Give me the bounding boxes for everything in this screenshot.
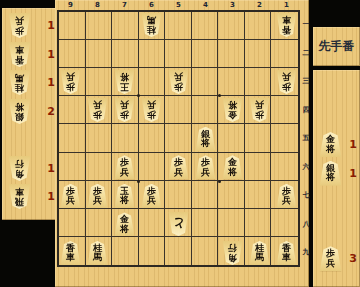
gote-hand-count-飛車: 1 (47, 190, 55, 204)
rank-label-4: 四 (302, 96, 310, 124)
sente-hand-piece-銀将[interactable]: 銀将 (319, 161, 342, 186)
square-2-2[interactable] (245, 40, 272, 68)
square-4-1[interactable] (192, 12, 219, 40)
file-label-4: 4 (192, 1, 219, 9)
square-7-5[interactable] (112, 124, 139, 152)
square-6-5[interactable] (139, 124, 166, 152)
sente-hand-piece-歩兵[interactable]: 歩兵 (319, 246, 342, 271)
square-7-2[interactable] (112, 40, 139, 68)
sente-hand-slot-5 (313, 188, 360, 216)
gote-hand-slot-2: 香車1 (2, 41, 58, 69)
square-6-6[interactable] (139, 153, 166, 181)
rank-label-3: 三 (302, 67, 310, 95)
square-9-8[interactable] (59, 209, 86, 237)
square-4-8[interactable] (192, 209, 219, 237)
file-label-8: 8 (84, 1, 111, 9)
square-9-4[interactable] (59, 96, 86, 124)
square-4-9[interactable] (192, 237, 219, 265)
square-2-7[interactable] (245, 181, 272, 209)
file-label-1: 1 (273, 1, 300, 9)
square-9-1[interactable] (59, 12, 86, 40)
hoshi-dot-2 (218, 94, 221, 97)
sente-hand-slot-3: 金将1 (313, 131, 360, 159)
sente-hand-slot-6 (313, 217, 360, 245)
file-label-3: 3 (219, 1, 246, 9)
sente-hand-count-金将: 1 (349, 138, 357, 152)
hoshi-dot-4 (218, 180, 221, 183)
sente-hand-count-歩兵: 3 (349, 252, 357, 266)
square-3-7[interactable] (218, 181, 245, 209)
square-6-3[interactable] (139, 68, 166, 96)
square-4-3[interactable] (192, 68, 219, 96)
sente-hand-piece-金将[interactable]: 金将 (319, 132, 342, 157)
gote-hand-slot-7: 飛車1 (2, 183, 58, 211)
file-label-2: 2 (246, 1, 273, 9)
square-8-2[interactable] (86, 40, 113, 68)
square-3-3[interactable] (218, 68, 245, 96)
sente-captured-tray: 金将1銀将1歩兵3 (313, 70, 360, 287)
rank-label-1: 一 (302, 10, 310, 38)
square-8-6[interactable] (86, 153, 113, 181)
square-3-8[interactable] (218, 209, 245, 237)
square-7-9[interactable] (112, 237, 139, 265)
square-4-7[interactable] (192, 181, 219, 209)
square-1-5[interactable] (271, 124, 298, 152)
file-label-7: 7 (111, 1, 138, 9)
gote-hand-slot-1: 歩兵1 (2, 12, 58, 40)
square-1-2[interactable] (271, 40, 298, 68)
gote-hand-count-桂馬: 1 (47, 76, 55, 90)
gote-captured-tray: 歩兵1香車1桂馬1銀将2角行1飛車1 (2, 8, 58, 220)
gote-hand-piece-銀将[interactable]: 銀将 (8, 99, 31, 124)
sente-hand-slot-4: 銀将1 (313, 160, 360, 188)
turn-indicator: 先手番 (313, 27, 360, 66)
rank-label-5: 五 (302, 124, 310, 152)
shogi-app: { "game": "shogi", "turn_banner": "先手番",… (0, 0, 360, 287)
square-2-5[interactable] (245, 124, 272, 152)
square-8-5[interactable] (86, 124, 113, 152)
square-5-4[interactable] (165, 96, 192, 124)
gote-hand-slot-4: 銀将2 (2, 98, 58, 126)
gote-hand-piece-角行[interactable]: 角行 (8, 156, 31, 181)
gote-hand-piece-歩兵[interactable]: 歩兵 (8, 13, 31, 38)
square-3-1[interactable] (218, 12, 245, 40)
square-4-2[interactable] (192, 40, 219, 68)
sente-hand-slot-1 (313, 74, 360, 102)
sente-hand-slot-2 (313, 103, 360, 131)
square-2-8[interactable] (245, 209, 272, 237)
square-2-3[interactable] (245, 68, 272, 96)
square-9-2[interactable] (59, 40, 86, 68)
board-panel: 987654321 一二三四五六七八九桂馬香車歩兵王将歩兵歩兵歩兵歩兵歩兵金将歩… (55, 0, 309, 287)
gote-hand-count-銀将: 2 (47, 105, 55, 119)
square-5-5[interactable] (165, 124, 192, 152)
rank-label-8: 八 (302, 210, 310, 238)
rank-label-7: 七 (302, 181, 310, 209)
sente-hand-slot-7: 歩兵3 (313, 245, 360, 273)
square-8-1[interactable] (86, 12, 113, 40)
gote-hand-count-角行: 1 (47, 162, 55, 176)
rank-label-2: 二 (302, 39, 310, 67)
square-6-9[interactable] (139, 237, 166, 265)
square-1-4[interactable] (271, 96, 298, 124)
gote-hand-slot-6: 角行1 (2, 155, 58, 183)
rank-label-9: 九 (302, 238, 310, 266)
hoshi-dot-1 (137, 94, 140, 97)
gote-hand-slot-3: 桂馬1 (2, 69, 58, 97)
square-5-7[interactable] (165, 181, 192, 209)
square-7-1[interactable] (112, 12, 139, 40)
square-1-6[interactable] (271, 153, 298, 181)
sente-hand-count-銀将: 1 (349, 167, 357, 181)
square-4-4[interactable] (192, 96, 219, 124)
square-9-6[interactable] (59, 153, 86, 181)
file-label-9: 9 (57, 1, 84, 9)
square-6-8[interactable] (139, 209, 166, 237)
square-8-3[interactable] (86, 68, 113, 96)
square-5-2[interactable] (165, 40, 192, 68)
square-2-1[interactable] (245, 12, 272, 40)
square-9-5[interactable] (59, 124, 86, 152)
gote-hand-count-香車: 1 (47, 48, 55, 62)
square-6-2[interactable] (139, 40, 166, 68)
square-2-6[interactable] (245, 153, 272, 181)
file-label-5: 5 (165, 1, 192, 9)
square-5-1[interactable] (165, 12, 192, 40)
turn-indicator-label: 先手番 (319, 38, 355, 55)
square-1-8[interactable] (271, 209, 298, 237)
file-labels: 987654321 (57, 0, 300, 10)
square-3-2[interactable] (218, 40, 245, 68)
gote-hand-piece-香車[interactable]: 香車 (8, 42, 31, 67)
gote-hand-slot-5 (2, 126, 58, 154)
hoshi-dot-3 (137, 180, 140, 183)
square-5-9[interactable] (165, 237, 192, 265)
gote-hand-count-歩兵: 1 (47, 19, 55, 33)
file-label-6: 6 (138, 1, 165, 9)
rank-label-6: 六 (302, 153, 310, 181)
gote-hand-piece-飛車[interactable]: 飛車 (8, 184, 31, 209)
square-3-5[interactable] (218, 124, 245, 152)
square-8-8[interactable] (86, 209, 113, 237)
gote-hand-piece-桂馬[interactable]: 桂馬 (8, 70, 31, 95)
